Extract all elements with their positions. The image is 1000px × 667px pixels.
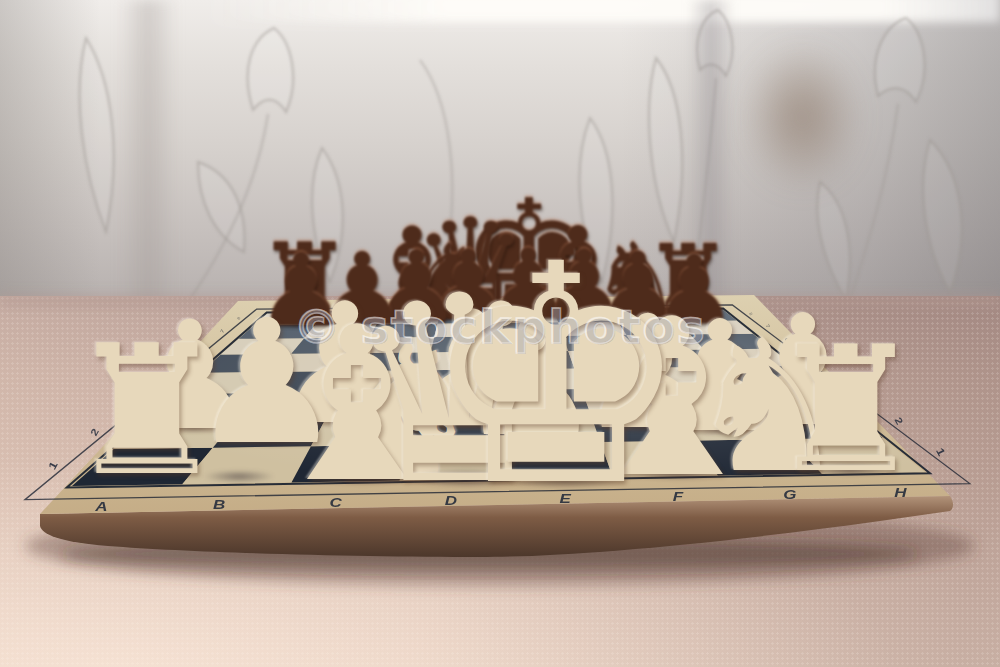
- file-label-e: E: [559, 492, 572, 505]
- rank-label-1-left: 1: [46, 459, 61, 472]
- file-label-h: H: [894, 487, 907, 500]
- file-label-f: F: [673, 490, 684, 503]
- file-label-d: D: [445, 494, 458, 507]
- rank-label-3-right: 3: [858, 390, 870, 400]
- file-label-b: B: [213, 499, 226, 512]
- photo-scene: ABCDEFGH1122334455667788 ♚♛♝♝♞♞♜♟♟♟♟♟♜♟♟…: [0, 0, 1000, 667]
- file-label-c: C: [330, 496, 343, 509]
- chessboard: ABCDEFGH1122334455667788: [0, 0, 1000, 667]
- rank-label-2-right: 2: [893, 415, 906, 426]
- file-label-g: G: [783, 489, 797, 502]
- rank-label-2-left: 2: [88, 427, 101, 438]
- rank-label-3-left: 3: [123, 399, 135, 409]
- file-label-a: A: [94, 501, 107, 514]
- rank-label-1-right: 1: [934, 446, 949, 459]
